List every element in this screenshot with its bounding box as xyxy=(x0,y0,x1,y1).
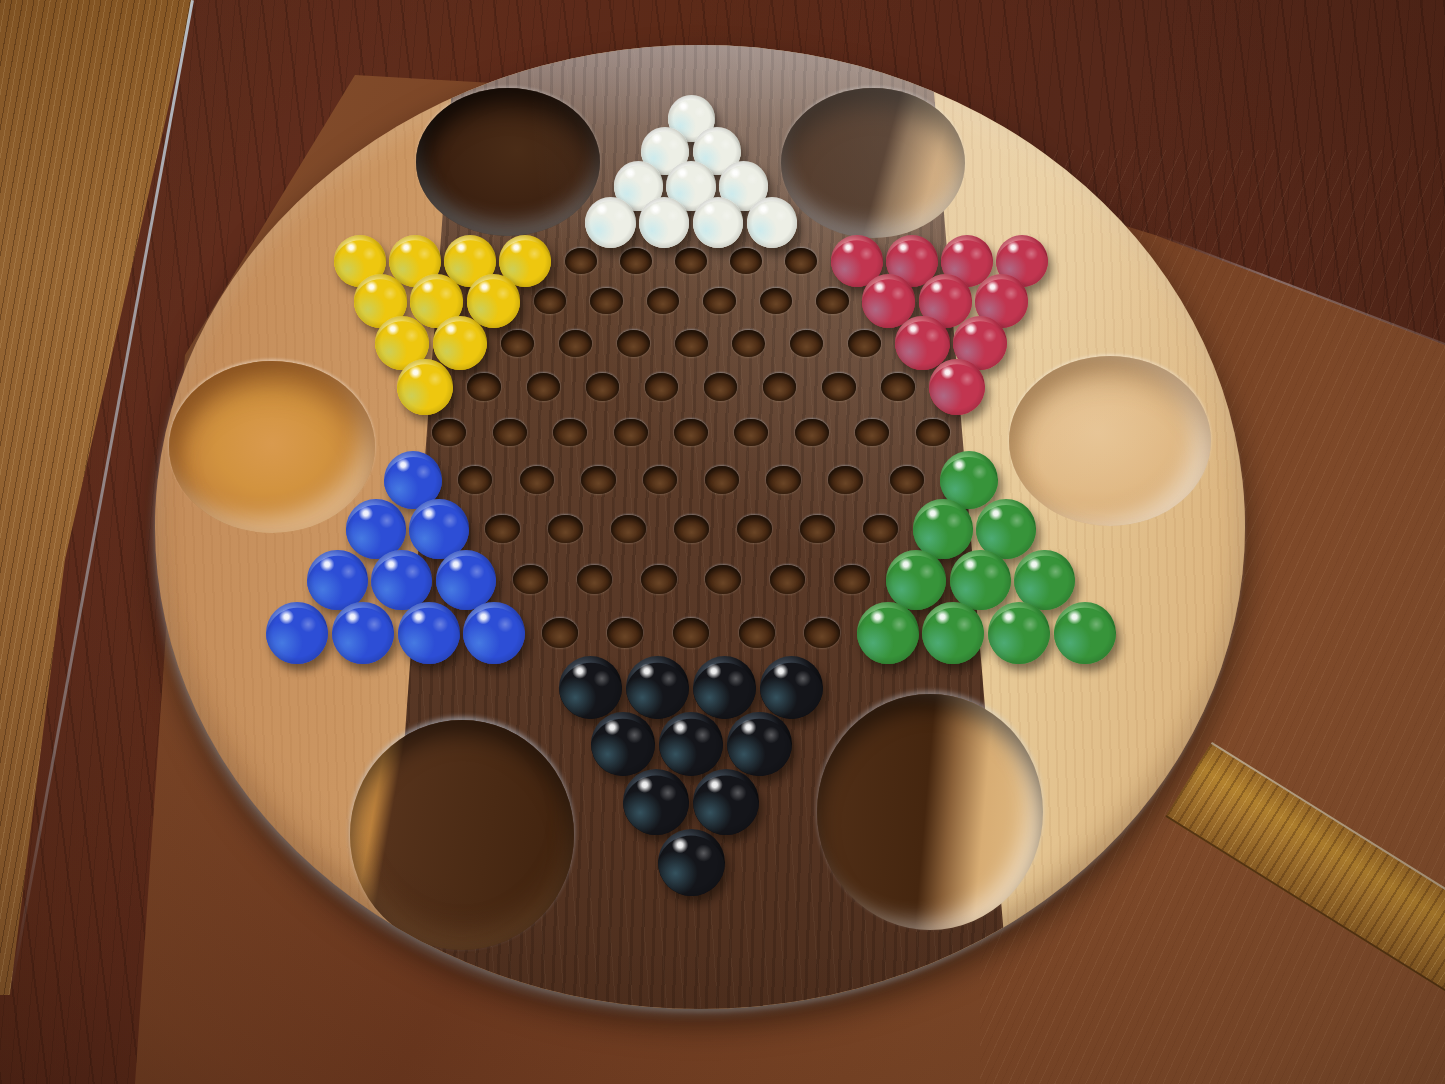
marble-black[interactable]: ● xyxy=(693,769,759,835)
marble-sheen xyxy=(693,769,759,835)
marble-sheen xyxy=(895,316,950,371)
board-hole[interactable] xyxy=(673,618,709,648)
marble-white[interactable]: ● xyxy=(747,197,798,248)
board-hole[interactable] xyxy=(795,419,829,447)
marble-black[interactable]: ● xyxy=(760,656,823,719)
marble-sheen xyxy=(929,359,985,415)
marble-sheen xyxy=(727,712,792,777)
board-hole[interactable] xyxy=(645,373,679,401)
board-hole[interactable] xyxy=(763,373,797,401)
board-hole[interactable] xyxy=(520,466,555,494)
board-hole[interactable] xyxy=(493,419,527,447)
board-hole[interactable] xyxy=(548,515,583,544)
marble-sheen xyxy=(857,602,919,664)
board-hole[interactable] xyxy=(674,419,708,447)
board-hole[interactable] xyxy=(534,288,567,315)
marble-green[interactable]: ● xyxy=(857,602,919,664)
marble-sheen xyxy=(1014,550,1075,611)
board-hole[interactable] xyxy=(565,248,597,274)
board-hole[interactable] xyxy=(890,466,925,494)
marble-sheen xyxy=(623,769,689,835)
marble-black[interactable]: ● xyxy=(626,656,689,719)
marble-black[interactable]: ● xyxy=(727,712,792,777)
board-hole[interactable] xyxy=(703,288,736,315)
marble-green[interactable]: ● xyxy=(988,602,1050,664)
board-hole[interactable] xyxy=(485,515,520,544)
marble-yellow[interactable]: ● xyxy=(433,316,488,371)
marble-sheen xyxy=(659,712,724,777)
marble-sheen xyxy=(950,550,1011,611)
marble-sheen xyxy=(332,602,394,664)
board-hole[interactable] xyxy=(542,618,578,648)
board-hole[interactable] xyxy=(704,373,738,401)
marble-sheen xyxy=(747,197,798,248)
marble-sheen xyxy=(559,656,622,719)
marble-blue[interactable]: ● xyxy=(266,602,328,664)
marble-green[interactable]: ● xyxy=(1054,602,1116,664)
board-hole[interactable] xyxy=(705,466,740,494)
marble-sheen xyxy=(433,316,488,371)
marble-black[interactable]: ● xyxy=(658,829,725,896)
board-hole[interactable] xyxy=(641,565,677,594)
board-hole[interactable] xyxy=(611,515,646,544)
marble-red[interactable]: ● xyxy=(895,316,950,371)
marble-green[interactable]: ● xyxy=(922,602,984,664)
marble-blue[interactable]: ● xyxy=(371,550,432,611)
board-hole[interactable] xyxy=(790,330,823,357)
marble-white[interactable]: ● xyxy=(585,197,636,248)
board-hole[interactable] xyxy=(527,373,561,401)
board-hole[interactable] xyxy=(675,330,708,357)
marble-sheen xyxy=(922,602,984,664)
board-hole[interactable] xyxy=(458,466,493,494)
marble-black[interactable]: ● xyxy=(591,712,656,777)
board-hole[interactable] xyxy=(800,515,835,544)
marble-black[interactable]: ● xyxy=(559,656,622,719)
board-hole[interactable] xyxy=(620,248,652,274)
board-hole[interactable] xyxy=(863,515,898,544)
marble-yellow[interactable]: ● xyxy=(397,359,453,415)
board-hole[interactable] xyxy=(881,373,915,401)
marble-sheen xyxy=(398,602,460,664)
board-hole[interactable] xyxy=(804,618,840,648)
board-hole[interactable] xyxy=(730,248,762,274)
board-hole[interactable] xyxy=(822,373,856,401)
board-hole[interactable] xyxy=(828,466,863,494)
marble-sheen xyxy=(693,656,756,719)
marble-blue[interactable]: ● xyxy=(463,602,525,664)
marble-sheen xyxy=(371,550,432,611)
marble-sheen xyxy=(266,602,328,664)
board-hole[interactable] xyxy=(647,288,680,315)
marble-black[interactable]: ● xyxy=(693,656,756,719)
marble-sheen xyxy=(397,359,453,415)
board-hole[interactable] xyxy=(760,288,793,315)
marble-white[interactable]: ● xyxy=(693,197,744,248)
marble-red[interactable]: ● xyxy=(929,359,985,415)
board-hole[interactable] xyxy=(816,288,849,315)
marble-sheen xyxy=(760,656,823,719)
marble-sheen xyxy=(591,712,656,777)
marble-sheen xyxy=(988,602,1050,664)
marble-sheen xyxy=(626,656,689,719)
board-hole[interactable] xyxy=(739,618,775,648)
board-hole[interactable] xyxy=(766,466,801,494)
marble-sheen xyxy=(585,197,636,248)
board-hole[interactable] xyxy=(643,466,678,494)
marble-green[interactable]: ● xyxy=(1014,550,1075,611)
board-hole[interactable] xyxy=(785,248,817,274)
marble-white[interactable]: ● xyxy=(639,197,690,248)
board-hole[interactable] xyxy=(586,373,620,401)
board-hole[interactable] xyxy=(674,515,709,544)
marble-sheen xyxy=(658,829,725,896)
board-hole[interactable] xyxy=(614,419,648,447)
board-hole[interactable] xyxy=(675,248,707,274)
marble-blue[interactable]: ● xyxy=(398,602,460,664)
marble-sheen xyxy=(463,602,525,664)
board-hole[interactable] xyxy=(501,330,534,357)
board-hole[interactable] xyxy=(590,288,623,315)
marble-sheen xyxy=(1054,602,1116,664)
marble-black[interactable]: ● xyxy=(659,712,724,777)
table-scene: ●●●●●●●●●●●●●●●●●●●●●●●●●●●●●●●●●●●●●●●●… xyxy=(0,0,1445,1084)
board-hole[interactable] xyxy=(559,330,592,357)
board-hole[interactable] xyxy=(737,515,772,544)
marble-black[interactable]: ● xyxy=(623,769,689,835)
board-hole[interactable] xyxy=(848,330,881,357)
board-hole[interactable] xyxy=(581,466,616,494)
marble-blue[interactable]: ● xyxy=(332,602,394,664)
board-hole[interactable] xyxy=(617,330,650,357)
marble-sheen xyxy=(639,197,690,248)
board-hole[interactable] xyxy=(732,330,765,357)
board-hole[interactable] xyxy=(834,565,870,594)
marble-green[interactable]: ● xyxy=(950,550,1011,611)
board-hole[interactable] xyxy=(467,373,501,401)
board-hole[interactable] xyxy=(607,618,643,648)
game-board: ●●●●●●●●●●●●●●●●●●●●●●●●●●●●●●●●●●●●●●●●… xyxy=(155,45,1245,1009)
marble-sheen xyxy=(693,197,744,248)
board-hole[interactable] xyxy=(916,419,950,447)
